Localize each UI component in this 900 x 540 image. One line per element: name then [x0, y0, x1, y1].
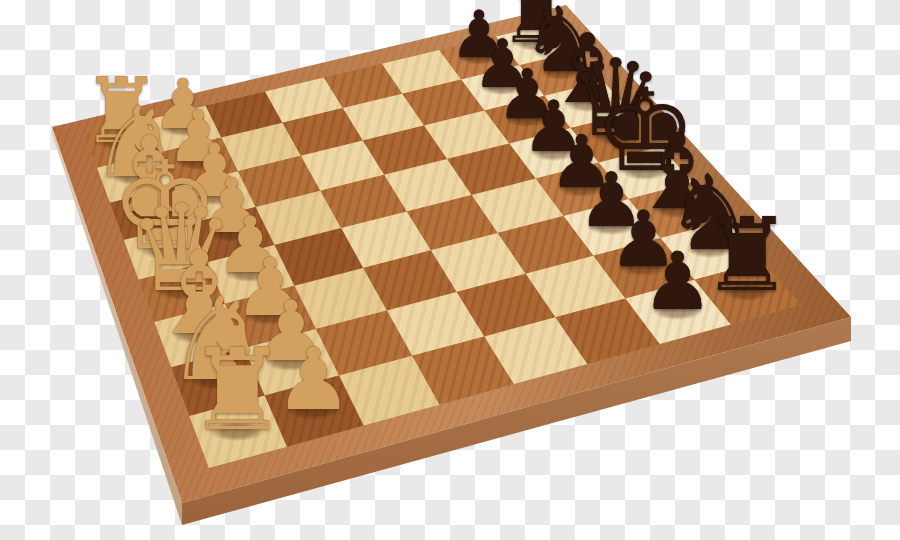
black-rook-h8[interactable]: ♜	[702, 205, 793, 307]
white-rook-h1[interactable]: ♜	[187, 334, 288, 447]
chessboard: ♜♞♝♛♚♝♞♜♟♟♟♟♟♟♟♟♟♟♟♟♟♟♟♟♜♞♝♚♛♝♞♜	[0, 0, 900, 540]
black-pawn-h7[interactable]: ♟	[642, 242, 714, 322]
image-canvas: ♜♞♝♛♚♝♞♜♟♟♟♟♟♟♟♟♟♟♟♟♟♟♟♟♜♞♝♚♛♝♞♜	[0, 0, 900, 540]
